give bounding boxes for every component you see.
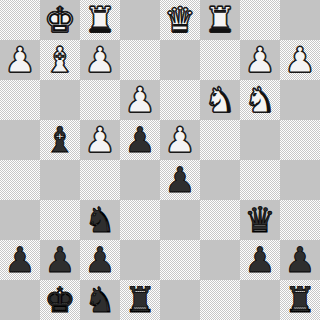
piece-black-pawn[interactable]: ♟ [284, 240, 315, 280]
piece-white-pawn[interactable]: ♟ [164, 120, 195, 160]
piece-white-knight[interactable]: ♞ [204, 80, 235, 120]
square-e1[interactable] [160, 280, 200, 320]
square-e7[interactable] [160, 40, 200, 80]
piece-black-rook[interactable]: ♜ [284, 280, 315, 320]
square-h7[interactable]: ♟ [280, 40, 320, 80]
square-f4[interactable] [200, 160, 240, 200]
square-h1[interactable]: ♜ [280, 280, 320, 320]
square-a4[interactable] [0, 160, 40, 200]
piece-black-pawn[interactable]: ♟ [44, 240, 75, 280]
piece-white-pawn[interactable]: ♟ [84, 120, 115, 160]
square-f6[interactable]: ♞ [200, 80, 240, 120]
piece-black-queen[interactable]: ♛ [244, 200, 275, 240]
square-c6[interactable] [80, 80, 120, 120]
square-d2[interactable] [120, 240, 160, 280]
square-e4[interactable]: ♟ [160, 160, 200, 200]
square-c3[interactable]: ♞ [80, 200, 120, 240]
square-f8[interactable]: ♜ [200, 0, 240, 40]
square-e5[interactable]: ♟ [160, 120, 200, 160]
square-b7[interactable]: ♝ [40, 40, 80, 80]
piece-white-king[interactable]: ♚ [44, 0, 75, 40]
square-f1[interactable] [200, 280, 240, 320]
square-f2[interactable] [200, 240, 240, 280]
piece-white-rook[interactable]: ♜ [84, 0, 115, 40]
piece-white-knight[interactable]: ♞ [244, 80, 275, 120]
square-h8[interactable] [280, 0, 320, 40]
piece-black-bishop[interactable]: ♝ [44, 120, 75, 160]
square-d8[interactable] [120, 0, 160, 40]
square-a2[interactable]: ♟ [0, 240, 40, 280]
piece-black-rook[interactable]: ♜ [124, 280, 155, 320]
square-a3[interactable] [0, 200, 40, 240]
square-f7[interactable] [200, 40, 240, 80]
piece-white-bishop[interactable]: ♝ [44, 40, 75, 80]
square-g8[interactable] [240, 0, 280, 40]
square-d5[interactable]: ♟ [120, 120, 160, 160]
square-g4[interactable] [240, 160, 280, 200]
square-b2[interactable]: ♟ [40, 240, 80, 280]
square-b3[interactable] [40, 200, 80, 240]
square-e6[interactable] [160, 80, 200, 120]
piece-black-pawn[interactable]: ♟ [84, 240, 115, 280]
square-g1[interactable] [240, 280, 280, 320]
square-b1[interactable]: ♚ [40, 280, 80, 320]
square-g5[interactable] [240, 120, 280, 160]
piece-black-pawn[interactable]: ♟ [244, 240, 275, 280]
square-h6[interactable] [280, 80, 320, 120]
square-h3[interactable] [280, 200, 320, 240]
piece-white-pawn[interactable]: ♟ [124, 80, 155, 120]
chess-board: ♚♜♛♜♟♝♟♟♟♟♞♞♝♟♟♟♟♞♛♟♟♟♟♟♚♞♜♜ [0, 0, 320, 320]
square-f3[interactable] [200, 200, 240, 240]
square-d4[interactable] [120, 160, 160, 200]
square-f5[interactable] [200, 120, 240, 160]
square-c2[interactable]: ♟ [80, 240, 120, 280]
piece-black-pawn[interactable]: ♟ [4, 240, 35, 280]
square-h2[interactable]: ♟ [280, 240, 320, 280]
square-d1[interactable]: ♜ [120, 280, 160, 320]
square-a1[interactable] [0, 280, 40, 320]
square-b4[interactable] [40, 160, 80, 200]
piece-white-pawn[interactable]: ♟ [284, 40, 315, 80]
square-h5[interactable] [280, 120, 320, 160]
square-g2[interactable]: ♟ [240, 240, 280, 280]
square-a5[interactable] [0, 120, 40, 160]
square-g7[interactable]: ♟ [240, 40, 280, 80]
square-c5[interactable]: ♟ [80, 120, 120, 160]
piece-white-rook[interactable]: ♜ [204, 0, 235, 40]
square-c1[interactable]: ♞ [80, 280, 120, 320]
square-d3[interactable] [120, 200, 160, 240]
square-a7[interactable]: ♟ [0, 40, 40, 80]
piece-black-pawn[interactable]: ♟ [164, 160, 195, 200]
piece-black-knight[interactable]: ♞ [84, 280, 115, 320]
square-b8[interactable]: ♚ [40, 0, 80, 40]
square-d6[interactable]: ♟ [120, 80, 160, 120]
square-b5[interactable]: ♝ [40, 120, 80, 160]
piece-white-pawn[interactable]: ♟ [244, 40, 275, 80]
square-g3[interactable]: ♛ [240, 200, 280, 240]
square-a6[interactable] [0, 80, 40, 120]
square-c4[interactable] [80, 160, 120, 200]
square-d7[interactable] [120, 40, 160, 80]
piece-white-pawn[interactable]: ♟ [4, 40, 35, 80]
piece-white-queen[interactable]: ♛ [164, 0, 195, 40]
piece-white-pawn[interactable]: ♟ [84, 40, 115, 80]
piece-black-king[interactable]: ♚ [44, 280, 75, 320]
piece-black-knight[interactable]: ♞ [84, 200, 115, 240]
square-e2[interactable] [160, 240, 200, 280]
square-e3[interactable] [160, 200, 200, 240]
piece-black-pawn[interactable]: ♟ [124, 120, 155, 160]
square-a8[interactable] [0, 0, 40, 40]
square-e8[interactable]: ♛ [160, 0, 200, 40]
square-c8[interactable]: ♜ [80, 0, 120, 40]
square-h4[interactable] [280, 160, 320, 200]
square-g6[interactable]: ♞ [240, 80, 280, 120]
square-c7[interactable]: ♟ [80, 40, 120, 80]
square-b6[interactable] [40, 80, 80, 120]
